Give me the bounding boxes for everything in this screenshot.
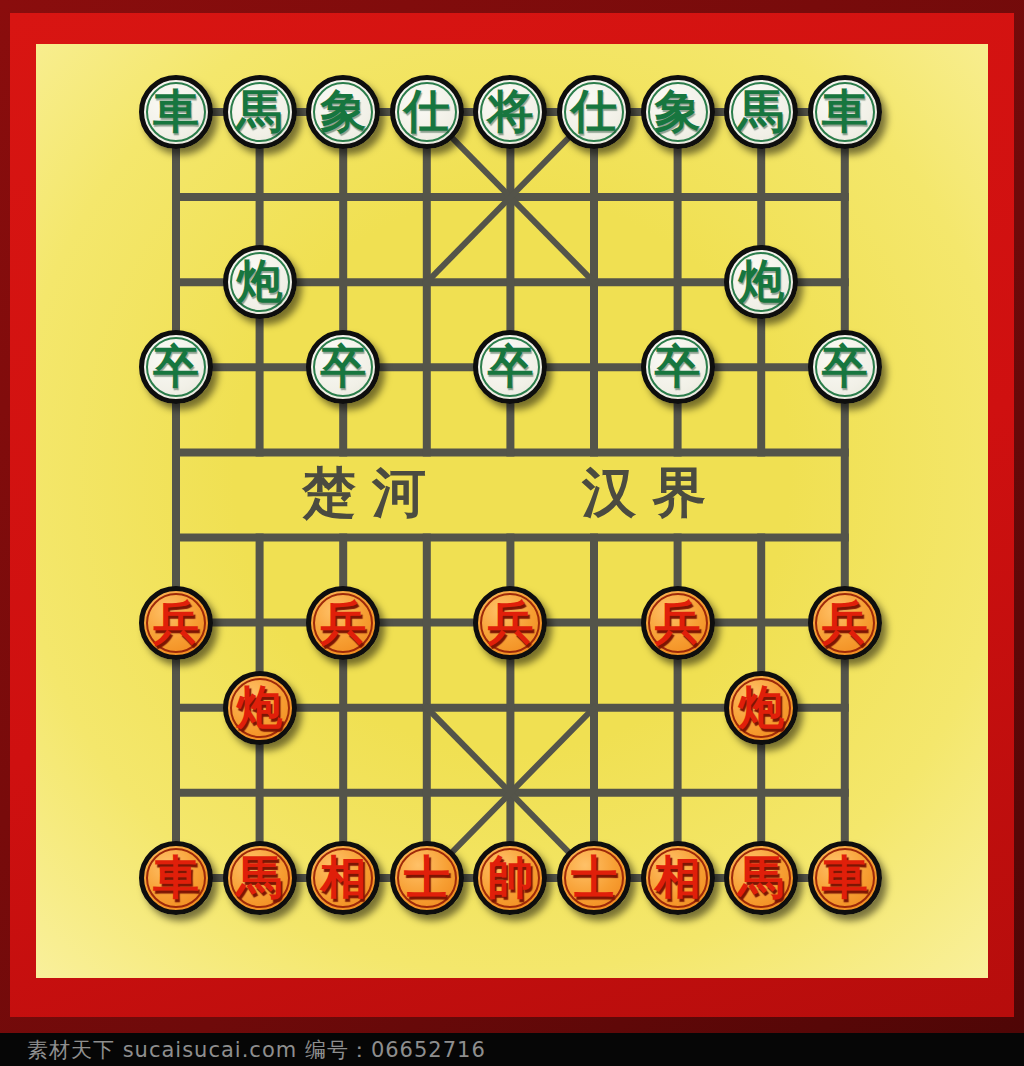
- xiangqi-piece-orange-horse[interactable]: 馬: [223, 841, 297, 915]
- board-frame: 楚河 汉界 車馬象仕将仕象馬車炮炮卒卒卒卒卒兵兵兵兵兵炮炮車馬相士帥士相馬車: [0, 0, 1024, 1033]
- xiangqi-piece-green-horse[interactable]: 馬: [724, 75, 798, 149]
- piece-glyph: 卒: [655, 343, 701, 389]
- xiangqi-piece-green-soldier[interactable]: 卒: [641, 330, 715, 404]
- xiangqi-piece-orange-general[interactable]: 帥: [473, 841, 547, 915]
- xiangqi-piece-orange-elephant[interactable]: 相: [641, 841, 715, 915]
- xiangqi-piece-green-horse[interactable]: 馬: [223, 75, 297, 149]
- xiangqi-piece-orange-cannon[interactable]: 炮: [724, 671, 798, 745]
- piece-glyph: 卒: [487, 343, 533, 389]
- piece-glyph: 炮: [237, 684, 283, 730]
- piece-glyph: 将: [487, 88, 533, 134]
- river-label-left: 楚河: [302, 466, 442, 520]
- xiangqi-piece-orange-soldier[interactable]: 兵: [306, 586, 380, 660]
- xiangqi-piece-green-elephant[interactable]: 象: [641, 75, 715, 149]
- piece-glyph: 帥: [487, 854, 533, 900]
- piece-glyph: 車: [822, 854, 868, 900]
- xiangqi-piece-green-cannon[interactable]: 炮: [724, 245, 798, 319]
- piece-glyph: 車: [153, 88, 199, 134]
- piece-glyph: 兵: [320, 599, 366, 645]
- piece-glyph: 象: [320, 88, 366, 134]
- piece-glyph: 士: [404, 854, 450, 900]
- piece-glyph: 炮: [738, 684, 784, 730]
- xiangqi-piece-orange-horse[interactable]: 馬: [724, 841, 798, 915]
- piece-glyph: 兵: [153, 599, 199, 645]
- piece-glyph: 馬: [237, 854, 283, 900]
- piece-glyph: 相: [655, 854, 701, 900]
- xiangqi-piece-orange-soldier[interactable]: 兵: [641, 586, 715, 660]
- xiangqi-piece-orange-advisor[interactable]: 士: [390, 841, 464, 915]
- piece-glyph: 卒: [153, 343, 199, 389]
- xiangqi-piece-green-elephant[interactable]: 象: [306, 75, 380, 149]
- watermark-text: 素材天下 sucaisucai.com 编号：06652716: [0, 1036, 486, 1064]
- xiangqi-piece-orange-advisor[interactable]: 士: [557, 841, 631, 915]
- watermark-bar: 素材天下 sucaisucai.com 编号：06652716: [0, 1033, 1024, 1066]
- piece-glyph: 象: [655, 88, 701, 134]
- xiangqi-piece-orange-elephant[interactable]: 相: [306, 841, 380, 915]
- xiangqi-piece-green-chariot[interactable]: 車: [808, 75, 882, 149]
- xiangqi-piece-green-soldier[interactable]: 卒: [306, 330, 380, 404]
- piece-glyph: 卒: [822, 343, 868, 389]
- piece-glyph: 車: [822, 88, 868, 134]
- xiangqi-piece-orange-cannon[interactable]: 炮: [223, 671, 297, 745]
- xiangqi-piece-orange-chariot[interactable]: 車: [808, 841, 882, 915]
- piece-glyph: 炮: [237, 258, 283, 304]
- xiangqi-piece-green-cannon[interactable]: 炮: [223, 245, 297, 319]
- xiangqi-piece-orange-soldier[interactable]: 兵: [139, 586, 213, 660]
- xiangqi-piece-orange-chariot[interactable]: 車: [139, 841, 213, 915]
- xiangqi-piece-orange-soldier[interactable]: 兵: [473, 586, 547, 660]
- piece-glyph: 士: [571, 854, 617, 900]
- piece-glyph: 馬: [237, 88, 283, 134]
- xiangqi-piece-green-advisor[interactable]: 仕: [557, 75, 631, 149]
- piece-glyph: 馬: [738, 854, 784, 900]
- piece-glyph: 仕: [404, 88, 450, 134]
- xiangqi-piece-green-soldier[interactable]: 卒: [808, 330, 882, 404]
- piece-glyph: 兵: [655, 599, 701, 645]
- xiangqi-piece-green-soldier[interactable]: 卒: [139, 330, 213, 404]
- xiangqi-screenshot: 楚河 汉界 車馬象仕将仕象馬車炮炮卒卒卒卒卒兵兵兵兵兵炮炮車馬相士帥士相馬車 素…: [0, 0, 1024, 1066]
- piece-glyph: 炮: [738, 258, 784, 304]
- xiangqi-piece-green-general[interactable]: 将: [473, 75, 547, 149]
- piece-glyph: 車: [153, 854, 199, 900]
- xiangqi-piece-green-chariot[interactable]: 車: [139, 75, 213, 149]
- piece-glyph: 兵: [487, 599, 533, 645]
- piece-glyph: 兵: [822, 599, 868, 645]
- river-label-right: 汉界: [582, 466, 722, 520]
- piece-glyph: 卒: [320, 343, 366, 389]
- piece-glyph: 相: [320, 854, 366, 900]
- piece-glyph: 馬: [738, 88, 784, 134]
- xiangqi-piece-green-advisor[interactable]: 仕: [390, 75, 464, 149]
- xiangqi-piece-orange-soldier[interactable]: 兵: [808, 586, 882, 660]
- piece-glyph: 仕: [571, 88, 617, 134]
